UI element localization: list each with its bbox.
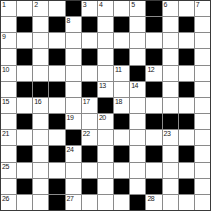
white-cell-r3c10[interactable] <box>146 33 161 48</box>
black-cell-r10c4 <box>49 146 64 161</box>
black-cell-r2c8 <box>114 17 129 32</box>
white-cell-r3c1[interactable]: 9 <box>1 33 16 48</box>
white-cell-r3c9[interactable] <box>130 33 145 48</box>
white-cell-r3c13[interactable] <box>195 33 210 48</box>
white-cell-r7c8[interactable]: 18 <box>114 98 129 113</box>
white-cell-r3c6[interactable] <box>82 33 97 48</box>
black-cell-r2c2 <box>17 17 32 32</box>
white-cell-r4c5[interactable] <box>66 49 81 64</box>
white-cell-r2c5[interactable]: 8 <box>66 17 81 32</box>
white-cell-r2c3[interactable] <box>33 17 48 32</box>
white-cell-r11c4[interactable] <box>49 163 64 178</box>
clue-number: 8 <box>67 17 70 25</box>
clue-number: 21 <box>2 130 9 138</box>
white-cell-r12c9[interactable] <box>130 179 145 194</box>
white-cell-r7c9[interactable] <box>130 98 145 113</box>
white-cell-r7c4[interactable] <box>49 98 64 113</box>
white-cell-r2c7[interactable] <box>98 17 113 32</box>
white-cell-r3c4[interactable] <box>49 33 64 48</box>
black-cell-r10c8 <box>114 146 129 161</box>
white-cell-r8c6[interactable] <box>82 114 97 129</box>
clue-number: 1 <box>2 1 5 9</box>
white-cell-r8c3[interactable] <box>33 114 48 129</box>
white-cell-r4c3[interactable] <box>33 49 48 64</box>
white-cell-r6c5[interactable] <box>66 82 81 97</box>
black-cell-r2c4 <box>49 17 64 32</box>
black-cell-r6c2 <box>17 82 32 97</box>
white-cell-r12c7[interactable] <box>98 179 113 194</box>
clue-number: 7 <box>196 1 199 9</box>
white-cell-r12c5[interactable] <box>66 179 81 194</box>
clue-number: 14 <box>131 82 138 90</box>
white-cell-r6c7[interactable]: 13 <box>98 82 113 97</box>
white-cell-r11c8[interactable] <box>114 163 129 178</box>
white-cell-r11c2[interactable] <box>17 163 32 178</box>
white-cell-r11c1[interactable]: 25 <box>1 163 16 178</box>
white-cell-r9c7[interactable] <box>98 130 113 145</box>
white-cell-r11c5[interactable] <box>66 163 81 178</box>
white-cell-r9c2[interactable] <box>17 130 32 145</box>
white-cell-r1c7[interactable]: 4 <box>98 1 113 16</box>
black-cell-r2c10 <box>146 17 161 32</box>
white-cell-r3c11[interactable] <box>163 33 178 48</box>
white-cell-r1c12[interactable] <box>179 1 194 16</box>
black-cell-r4c6 <box>82 49 97 64</box>
white-cell-r11c13[interactable] <box>195 163 210 178</box>
white-cell-r13c3[interactable] <box>33 195 48 210</box>
black-cell-r8c11 <box>163 114 178 129</box>
clue-number: 26 <box>2 195 9 203</box>
white-cell-r7c5[interactable] <box>66 98 81 113</box>
clue-number: 10 <box>2 66 9 74</box>
white-cell-r10c3[interactable] <box>33 146 48 161</box>
clue-number: 12 <box>147 66 154 74</box>
white-cell-r7c6[interactable]: 17 <box>82 98 97 113</box>
white-cell-r7c11[interactable] <box>163 98 178 113</box>
white-cell-r11c9[interactable] <box>130 163 145 178</box>
black-cell-r5c9 <box>130 66 145 81</box>
white-cell-r8c7[interactable]: 20 <box>98 114 113 129</box>
white-cell-r9c12[interactable] <box>179 130 194 145</box>
white-cell-r10c9[interactable] <box>130 146 145 161</box>
white-cell-r4c13[interactable] <box>195 49 210 64</box>
black-cell-r13c9 <box>130 195 145 210</box>
white-cell-r11c6[interactable] <box>82 163 97 178</box>
white-cell-r10c5[interactable]: 24 <box>66 146 81 161</box>
white-cell-r6c1[interactable] <box>1 82 16 97</box>
clue-number: 13 <box>99 82 106 90</box>
white-cell-r9c9[interactable] <box>130 130 145 145</box>
white-cell-r4c9[interactable] <box>130 49 145 64</box>
white-cell-r12c3[interactable] <box>33 179 48 194</box>
white-cell-r13c6[interactable] <box>82 195 97 210</box>
black-cell-r12c4 <box>49 179 64 194</box>
white-cell-r1c11[interactable]: 6 <box>163 1 178 16</box>
black-cell-r10c6 <box>82 146 97 161</box>
clue-number: 5 <box>131 1 134 9</box>
white-cell-r7c13[interactable] <box>195 98 210 113</box>
white-cell-r5c8[interactable]: 11 <box>114 66 129 81</box>
white-cell-r9c8[interactable] <box>114 130 129 145</box>
clue-number: 11 <box>115 66 121 74</box>
white-cell-r3c2[interactable] <box>17 33 32 48</box>
black-cell-r6c10 <box>146 82 161 97</box>
white-cell-r9c11[interactable]: 23 <box>163 130 178 145</box>
white-cell-r5c7[interactable] <box>98 66 113 81</box>
clue-number: 16 <box>34 98 41 106</box>
white-cell-r5c13[interactable] <box>195 66 210 81</box>
clue-number: 20 <box>99 114 106 122</box>
white-cell-r13c8[interactable] <box>114 195 129 210</box>
clue-number: 9 <box>2 33 5 41</box>
white-cell-r5c6[interactable] <box>82 66 97 81</box>
white-cell-r5c5[interactable] <box>66 66 81 81</box>
white-cell-r7c12[interactable] <box>179 98 194 113</box>
white-cell-r11c11[interactable] <box>163 163 178 178</box>
clue-number: 4 <box>99 1 102 9</box>
white-cell-r4c7[interactable] <box>98 49 113 64</box>
white-cell-r1c2[interactable] <box>17 1 32 16</box>
white-cell-r1c9[interactable]: 5 <box>130 1 145 16</box>
white-cell-r6c13[interactable] <box>195 82 210 97</box>
black-cell-r10c12 <box>179 146 194 161</box>
black-cell-r4c4 <box>49 49 64 64</box>
white-cell-r7c1[interactable]: 15 <box>1 98 16 113</box>
white-cell-r4c11[interactable] <box>163 49 178 64</box>
black-cell-r8c10 <box>146 114 161 129</box>
white-cell-r11c10[interactable] <box>146 163 161 178</box>
black-cell-r2c6 <box>82 17 97 32</box>
white-cell-r10c1[interactable] <box>1 146 16 161</box>
white-cell-r8c13[interactable] <box>195 114 210 129</box>
white-cell-r13c12[interactable] <box>179 195 194 210</box>
clue-number: 27 <box>67 195 74 203</box>
black-cell-r10c2 <box>17 146 32 161</box>
black-cell-r4c10 <box>146 49 161 64</box>
white-cell-r5c1[interactable]: 10 <box>1 66 16 81</box>
white-cell-r5c11[interactable] <box>163 66 178 81</box>
white-cell-r5c3[interactable] <box>33 66 48 81</box>
white-cell-r10c11[interactable] <box>163 146 178 161</box>
black-cell-r9c5 <box>66 130 81 145</box>
white-cell-r8c1[interactable] <box>1 114 16 129</box>
white-cell-r1c1[interactable]: 1 <box>1 1 16 16</box>
clue-number: 28 <box>147 195 154 203</box>
black-cell-r7c7 <box>98 98 113 113</box>
black-cell-r12c10 <box>146 179 161 194</box>
black-cell-r1c5 <box>66 1 81 16</box>
white-cell-r3c7[interactable] <box>98 33 113 48</box>
white-cell-r12c11[interactable] <box>163 179 178 194</box>
black-cell-r6c4 <box>49 82 64 97</box>
white-cell-r11c12[interactable] <box>179 163 194 178</box>
white-cell-r10c13[interactable] <box>195 146 210 161</box>
white-cell-r3c5[interactable] <box>66 33 81 48</box>
black-cell-r10c10 <box>146 146 161 161</box>
white-cell-r7c3[interactable]: 16 <box>33 98 48 113</box>
white-cell-r3c8[interactable] <box>114 33 129 48</box>
black-cell-r4c2 <box>17 49 32 64</box>
white-cell-r13c2[interactable] <box>17 195 32 210</box>
white-cell-r9c4[interactable] <box>49 130 64 145</box>
white-cell-r2c11[interactable] <box>163 17 178 32</box>
black-cell-r12c2 <box>17 179 32 194</box>
white-cell-r13c10[interactable]: 28 <box>146 195 161 210</box>
crossword-board: 1234567891011121314151617181920212223242… <box>0 0 211 211</box>
white-cell-r1c13[interactable]: 7 <box>195 1 210 16</box>
clue-number: 17 <box>83 98 90 106</box>
clue-number: 22 <box>83 130 90 138</box>
white-cell-r12c13[interactable] <box>195 179 210 194</box>
clue-number: 18 <box>115 98 122 106</box>
black-cell-r8c8 <box>114 114 129 129</box>
white-cell-r4c1[interactable] <box>1 49 16 64</box>
white-cell-r9c13[interactable] <box>195 130 210 145</box>
clue-number: 24 <box>67 146 74 154</box>
white-cell-r6c8[interactable] <box>114 82 129 97</box>
white-cell-r13c11[interactable] <box>163 195 178 210</box>
clue-number: 19 <box>67 114 74 122</box>
clue-number: 25 <box>2 163 9 171</box>
clue-number: 6 <box>164 1 167 9</box>
clue-number: 3 <box>83 1 86 9</box>
black-cell-r12c12 <box>179 179 194 194</box>
white-cell-r5c10[interactable]: 12 <box>146 66 161 81</box>
black-cell-r12c6 <box>82 179 97 194</box>
clue-number: 2 <box>34 1 37 9</box>
white-cell-r9c1[interactable]: 21 <box>1 130 16 145</box>
white-cell-r11c7[interactable] <box>98 163 113 178</box>
black-cell-r6c6 <box>82 82 97 97</box>
white-cell-r9c3[interactable] <box>33 130 48 145</box>
black-cell-r8c12 <box>179 114 194 129</box>
white-cell-r1c8[interactable] <box>114 1 129 16</box>
white-cell-r1c6[interactable]: 3 <box>82 1 97 16</box>
white-cell-r2c13[interactable] <box>195 17 210 32</box>
black-cell-r2c12 <box>179 17 194 32</box>
white-cell-r8c5[interactable]: 19 <box>66 114 81 129</box>
black-cell-r1c10 <box>146 1 161 16</box>
white-cell-r9c6[interactable]: 22 <box>82 130 97 145</box>
white-cell-r13c1[interactable]: 26 <box>1 195 16 210</box>
white-cell-r7c10[interactable] <box>146 98 161 113</box>
white-cell-r2c1[interactable] <box>1 17 16 32</box>
white-cell-r5c4[interactable] <box>49 66 64 81</box>
clue-number: 23 <box>164 130 171 138</box>
white-cell-r9c10[interactable] <box>146 130 161 145</box>
white-cell-r8c9[interactable] <box>130 114 145 129</box>
white-cell-r5c2[interactable] <box>17 66 32 81</box>
white-cell-r13c5[interactable]: 27 <box>66 195 81 210</box>
white-cell-r6c11[interactable] <box>163 82 178 97</box>
white-cell-r12c1[interactable] <box>1 179 16 194</box>
white-cell-r3c3[interactable] <box>33 33 48 48</box>
black-cell-r4c12 <box>179 49 194 64</box>
clue-number: 15 <box>2 98 9 106</box>
black-cell-r6c3 <box>33 82 48 97</box>
black-cell-r12c8 <box>114 179 129 194</box>
white-cell-r1c3[interactable]: 2 <box>33 1 48 16</box>
white-cell-r13c7[interactable] <box>98 195 113 210</box>
white-cell-r6c9[interactable]: 14 <box>130 82 145 97</box>
white-cell-r1c4[interactable] <box>49 1 64 16</box>
white-cell-r2c9[interactable] <box>130 17 145 32</box>
white-cell-r5c12[interactable] <box>179 66 194 81</box>
white-cell-r10c7[interactable] <box>98 146 113 161</box>
white-cell-r3c12[interactable] <box>179 33 194 48</box>
white-cell-r11c3[interactable] <box>33 163 48 178</box>
black-cell-r6c12 <box>179 82 194 97</box>
black-cell-r8c2 <box>17 114 32 129</box>
black-cell-r8c4 <box>49 114 64 129</box>
white-cell-r7c2[interactable] <box>17 98 32 113</box>
black-cell-r4c8 <box>114 49 129 64</box>
black-cell-r13c4 <box>49 195 64 210</box>
white-cell-r13c13[interactable] <box>195 195 210 210</box>
